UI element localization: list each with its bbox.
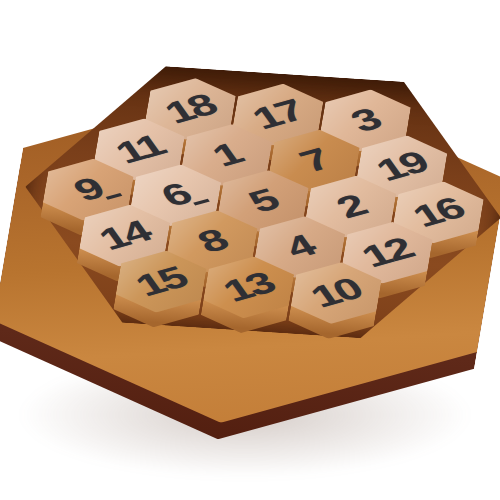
product-photo-scene: 18173111719965216148412151310: [0, 0, 500, 500]
tile-number: 15: [130, 262, 193, 301]
tile-10[interactable]: 10: [288, 259, 384, 326]
tile-13[interactable]: 13: [201, 254, 297, 321]
tile-number: 13: [217, 268, 280, 307]
tile-number: 10: [305, 273, 368, 312]
puzzle-board: 18173111719965216148412151310: [0, 61, 500, 439]
tile-15[interactable]: 15: [113, 248, 209, 315]
